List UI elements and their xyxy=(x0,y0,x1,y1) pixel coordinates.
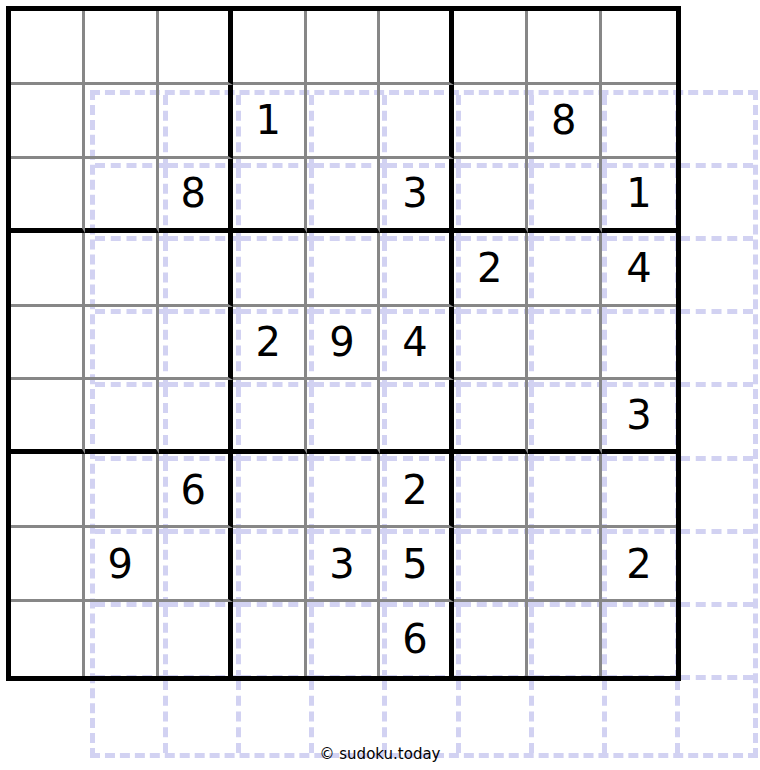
offset-grid-cell xyxy=(680,680,753,753)
cell-r6c3[interactable] xyxy=(159,380,233,454)
offset-grid-cell xyxy=(680,95,753,168)
cell-r6c4[interactable] xyxy=(233,380,307,454)
offset-grid-cell xyxy=(534,680,607,753)
cell-r9c7[interactable] xyxy=(454,602,528,676)
cell-r4c5[interactable] xyxy=(307,233,381,307)
cell-r4c8[interactable] xyxy=(528,233,602,307)
cell-r6c2[interactable] xyxy=(85,380,159,454)
cell-r5c5[interactable]: 9 xyxy=(307,307,381,381)
cell-r3c1[interactable] xyxy=(11,159,85,233)
cell-r8c8[interactable] xyxy=(528,528,602,602)
cell-r6c8[interactable] xyxy=(528,380,602,454)
offset-grid-cell xyxy=(680,534,753,607)
cell-r1c7[interactable] xyxy=(454,11,528,85)
offset-grid-cell xyxy=(168,680,241,753)
cell-r8c6[interactable]: 5 xyxy=(380,528,454,602)
cell-r8c3[interactable] xyxy=(159,528,233,602)
cell-r4c6[interactable] xyxy=(380,233,454,307)
offset-grid-cell xyxy=(680,607,753,680)
cell-r8c7[interactable] xyxy=(454,528,528,602)
cell-r7c6[interactable]: 2 xyxy=(380,454,454,528)
cell-r1c1[interactable] xyxy=(11,11,85,85)
cell-r5c7[interactable] xyxy=(454,307,528,381)
cell-r1c3[interactable] xyxy=(159,11,233,85)
cell-r7c7[interactable] xyxy=(454,454,528,528)
cell-r8c2[interactable]: 9 xyxy=(85,528,159,602)
cell-r2c4[interactable]: 1 xyxy=(233,85,307,159)
cell-r2c2[interactable] xyxy=(85,85,159,159)
cell-r6c6[interactable] xyxy=(380,380,454,454)
cell-r4c7[interactable]: 2 xyxy=(454,233,528,307)
cell-r7c5[interactable] xyxy=(307,454,381,528)
cell-r5c6[interactable]: 4 xyxy=(380,307,454,381)
offset-grid-cell xyxy=(607,680,680,753)
cell-r3c8[interactable] xyxy=(528,159,602,233)
cell-r5c8[interactable] xyxy=(528,307,602,381)
cell-r7c2[interactable] xyxy=(85,454,159,528)
offset-grid-cell xyxy=(241,680,314,753)
cell-r1c9[interactable] xyxy=(602,11,676,85)
cell-r4c9[interactable]: 4 xyxy=(602,233,676,307)
cell-r2c9[interactable] xyxy=(602,85,676,159)
cell-r1c6[interactable] xyxy=(380,11,454,85)
cell-r8c5[interactable]: 3 xyxy=(307,528,381,602)
cell-r5c3[interactable] xyxy=(159,307,233,381)
cell-r4c3[interactable] xyxy=(159,233,233,307)
offset-grid-cell xyxy=(680,387,753,460)
cell-r2c8[interactable]: 8 xyxy=(528,85,602,159)
offset-grid-cell xyxy=(680,461,753,534)
cell-r2c1[interactable] xyxy=(11,85,85,159)
cell-r6c9[interactable]: 3 xyxy=(602,380,676,454)
cell-r4c1[interactable] xyxy=(11,233,85,307)
cell-r5c9[interactable] xyxy=(602,307,676,381)
cell-r3c6[interactable]: 3 xyxy=(380,159,454,233)
cell-r3c7[interactable] xyxy=(454,159,528,233)
cell-r7c8[interactable] xyxy=(528,454,602,528)
cell-r9c4[interactable] xyxy=(233,602,307,676)
cell-r3c4[interactable] xyxy=(233,159,307,233)
cell-r9c9[interactable] xyxy=(602,602,676,676)
cell-r6c1[interactable] xyxy=(11,380,85,454)
cell-r2c6[interactable] xyxy=(380,85,454,159)
cell-r9c5[interactable] xyxy=(307,602,381,676)
cell-r7c1[interactable] xyxy=(11,454,85,528)
offset-grid-cell xyxy=(95,680,168,753)
offset-grid-cell xyxy=(314,680,387,753)
cell-r1c4[interactable] xyxy=(233,11,307,85)
cell-r8c9[interactable]: 2 xyxy=(602,528,676,602)
cell-r9c6[interactable]: 6 xyxy=(380,602,454,676)
cell-r1c5[interactable] xyxy=(307,11,381,85)
cell-r5c2[interactable] xyxy=(85,307,159,381)
cell-r5c4[interactable]: 2 xyxy=(233,307,307,381)
footer-credit: © sudoku.today xyxy=(0,745,760,763)
cell-r7c9[interactable] xyxy=(602,454,676,528)
cell-r9c2[interactable] xyxy=(85,602,159,676)
cell-r6c5[interactable] xyxy=(307,380,381,454)
offset-grid-cell xyxy=(680,314,753,387)
cell-r3c9[interactable]: 1 xyxy=(602,159,676,233)
cell-r8c1[interactable] xyxy=(11,528,85,602)
cell-r2c3[interactable] xyxy=(159,85,233,159)
offset-grid-cell xyxy=(680,168,753,241)
offset-grid-cell xyxy=(680,241,753,314)
offset-grid-cell xyxy=(461,680,534,753)
cell-r2c7[interactable] xyxy=(454,85,528,159)
cell-r4c4[interactable] xyxy=(233,233,307,307)
cell-r4c2[interactable] xyxy=(85,233,159,307)
cell-r7c3[interactable]: 6 xyxy=(159,454,233,528)
cell-r7c4[interactable] xyxy=(233,454,307,528)
cell-r3c5[interactable] xyxy=(307,159,381,233)
cell-r6c7[interactable] xyxy=(454,380,528,454)
cell-r1c8[interactable] xyxy=(528,11,602,85)
cell-r1c2[interactable] xyxy=(85,11,159,85)
cell-r3c3[interactable]: 8 xyxy=(159,159,233,233)
cell-r5c1[interactable] xyxy=(11,307,85,381)
cell-r3c2[interactable] xyxy=(85,159,159,233)
offset-grid-cell xyxy=(387,680,460,753)
cell-r8c4[interactable] xyxy=(233,528,307,602)
cell-r9c3[interactable] xyxy=(159,602,233,676)
cell-r9c8[interactable] xyxy=(528,602,602,676)
cell-r2c5[interactable] xyxy=(307,85,381,159)
cell-r9c1[interactable] xyxy=(11,602,85,676)
puzzle-page: 188312429436293526 © sudoku.today xyxy=(0,0,760,770)
sudoku-board: 188312429436293526 xyxy=(6,6,681,681)
